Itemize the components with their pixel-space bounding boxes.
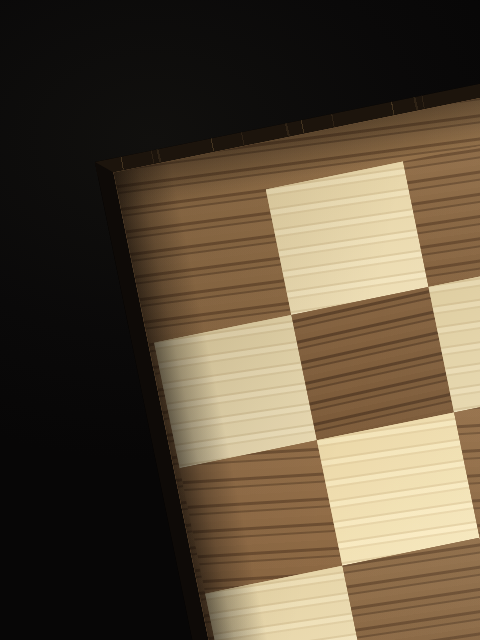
photo-background bbox=[0, 0, 480, 640]
board-grid bbox=[129, 106, 480, 640]
chess-board bbox=[95, 46, 480, 640]
board-face bbox=[113, 60, 480, 640]
